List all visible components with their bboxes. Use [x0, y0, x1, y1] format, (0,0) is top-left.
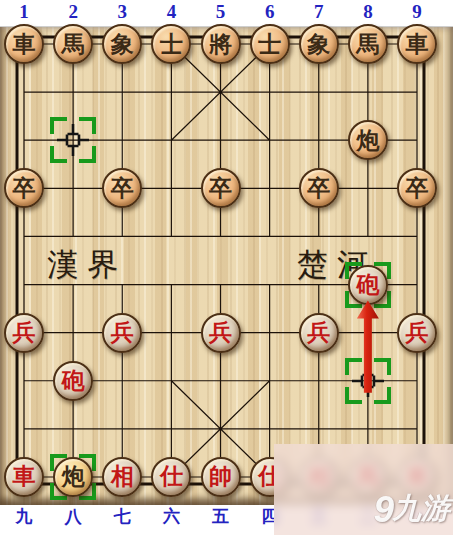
file-label-top: 5 [208, 0, 234, 24]
file-label-top: 1 [11, 0, 37, 24]
file-label-bottom: 七 [109, 505, 135, 529]
piece-red[interactable]: 帥 [201, 457, 241, 497]
river-label-hanjie: 漢界 [47, 244, 127, 286]
piece-red[interactable]: 兵 [299, 313, 339, 353]
piece-black[interactable]: 象 [102, 24, 142, 64]
piece-red[interactable]: 兵 [102, 313, 142, 353]
file-label-bottom: 八 [60, 505, 86, 529]
piece-black[interactable]: 士 [250, 24, 290, 64]
piece-black[interactable]: 卒 [201, 168, 241, 208]
jiuyou-logo: 9九游 [373, 489, 450, 531]
file-label-bottom: 五 [208, 505, 234, 529]
logo-text: 九游 [392, 492, 450, 524]
file-label-top: 2 [60, 0, 86, 24]
xiangqi-board[interactable]: 漢界 楚河 車馬象士將士象馬車炮卒卒卒卒卒砲兵兵兵兵兵砲車炮相仕帥仕相馬車 [0, 26, 453, 505]
piece-red[interactable]: 砲 [53, 361, 93, 401]
piece-black[interactable]: 卒 [299, 168, 339, 208]
file-label-top: 6 [257, 0, 283, 24]
file-label-bottom: 六 [158, 505, 184, 529]
piece-red[interactable]: 相 [102, 457, 142, 497]
file-label-top: 7 [306, 0, 332, 24]
piece-red[interactable]: 車 [4, 457, 44, 497]
file-label-top: 3 [109, 0, 135, 24]
piece-red[interactable]: 兵 [201, 313, 241, 353]
piece-black[interactable]: 馬 [53, 24, 93, 64]
piece-black[interactable]: 炮 [53, 457, 93, 497]
file-label-top: 8 [355, 0, 381, 24]
piece-black[interactable]: 車 [4, 24, 44, 64]
piece-black[interactable]: 象 [299, 24, 339, 64]
piece-red[interactable]: 兵 [4, 313, 44, 353]
piece-black[interactable]: 車 [397, 24, 437, 64]
move-source-marker [50, 117, 96, 163]
watermark-overlay: 9九游 [274, 444, 453, 535]
move-source-marker [345, 358, 391, 404]
xiangqi-app: 漢界 楚河 車馬象士將士象馬車炮卒卒卒卒卒砲兵兵兵兵兵砲車炮相仕帥仕相馬車 9九… [0, 0, 453, 535]
file-label-top: 9 [404, 0, 430, 24]
piece-red[interactable]: 砲 [348, 265, 388, 305]
piece-red[interactable]: 兵 [397, 313, 437, 353]
file-label-bottom: 九 [11, 505, 37, 529]
logo-9-glyph: 9 [373, 489, 392, 530]
piece-black[interactable]: 炮 [348, 120, 388, 160]
file-label-top: 4 [158, 0, 184, 24]
piece-black[interactable]: 馬 [348, 24, 388, 64]
piece-black[interactable]: 將 [201, 24, 241, 64]
